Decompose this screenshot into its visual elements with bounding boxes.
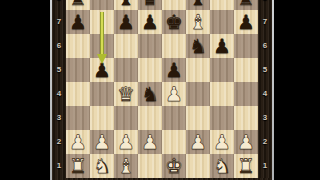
- piece-white-pawn-g2[interactable]: ♟: [210, 130, 234, 154]
- square-h6[interactable]: [234, 34, 258, 58]
- board-frame-left: 87654321: [52, 0, 66, 180]
- square-f4[interactable]: [186, 82, 210, 106]
- piece-white-pawn-d2[interactable]: ♟: [138, 130, 162, 154]
- square-d5[interactable]: [138, 58, 162, 82]
- square-h3[interactable]: [234, 106, 258, 130]
- square-h4[interactable]: [234, 82, 258, 106]
- square-a2[interactable]: ♟: [66, 130, 90, 154]
- square-b2[interactable]: ♟: [90, 130, 114, 154]
- piece-black-pawn-b5[interactable]: ♟: [90, 58, 114, 82]
- square-g8[interactable]: [210, 0, 234, 10]
- video-frame: 87654321 ♜♝♛♝♜♟♟♟♚♝♟♞♟♟♟♛♞♟♟♟♟♟♟♟♟♜♞♝♚♞♜…: [0, 0, 320, 180]
- square-a1[interactable]: ♜: [66, 154, 90, 178]
- square-g2[interactable]: ♟: [210, 130, 234, 154]
- board-outer-edge-right: [272, 0, 274, 180]
- square-a4[interactable]: [66, 82, 90, 106]
- board-squares: ♜♝♛♝♜♟♟♟♚♝♟♞♟♟♟♛♞♟♟♟♟♟♟♟♟♜♞♝♚♞♜: [66, 0, 258, 178]
- square-h8[interactable]: ♜: [234, 0, 258, 10]
- square-e6[interactable]: [162, 34, 186, 58]
- square-e7[interactable]: ♚: [162, 10, 186, 34]
- square-f8[interactable]: ♝: [186, 0, 210, 10]
- square-b6[interactable]: [90, 34, 114, 58]
- piece-black-pawn-g6[interactable]: ♟: [210, 34, 234, 58]
- piece-white-pawn-b2[interactable]: ♟: [90, 130, 114, 154]
- square-f1[interactable]: [186, 154, 210, 178]
- piece-white-pawn-f2[interactable]: ♟: [186, 130, 210, 154]
- rank-label-7: 7: [258, 17, 272, 27]
- rank-label-3: 3: [52, 113, 66, 123]
- square-c4[interactable]: ♛: [114, 82, 138, 106]
- square-c7[interactable]: ♟: [114, 10, 138, 34]
- piece-black-knight-d4[interactable]: ♞: [138, 82, 162, 106]
- board-frame-bottom: abcdefgh: [52, 178, 272, 180]
- piece-white-knight-b1[interactable]: ♞: [90, 154, 114, 178]
- square-c1[interactable]: ♝: [114, 154, 138, 178]
- file-label-e: e: [162, 179, 186, 180]
- square-c3[interactable]: [114, 106, 138, 130]
- square-d8[interactable]: ♛: [138, 0, 162, 10]
- square-e8[interactable]: [162, 0, 186, 10]
- square-f3[interactable]: [186, 106, 210, 130]
- piece-white-king-e1[interactable]: ♚: [162, 154, 186, 178]
- square-f2[interactable]: ♟: [186, 130, 210, 154]
- file-label-h: h: [234, 179, 258, 180]
- square-e5[interactable]: ♟: [162, 58, 186, 82]
- square-f6[interactable]: ♞: [186, 34, 210, 58]
- piece-white-bishop-f7[interactable]: ♝: [186, 10, 210, 34]
- square-c5[interactable]: [114, 58, 138, 82]
- piece-white-bishop-c1[interactable]: ♝: [114, 154, 138, 178]
- rank-label-5: 5: [258, 65, 272, 75]
- board-frame-right: 87654321: [258, 0, 272, 180]
- rank-label-6: 6: [52, 41, 66, 51]
- file-label-b: b: [90, 179, 114, 180]
- square-b3[interactable]: [90, 106, 114, 130]
- square-d2[interactable]: ♟: [138, 130, 162, 154]
- piece-black-queen-d8[interactable]: ♛: [138, 0, 162, 10]
- piece-black-pawn-h7[interactable]: ♟: [234, 10, 258, 34]
- piece-white-rook-h1[interactable]: ♜: [234, 154, 258, 178]
- rank-label-8: 8: [52, 0, 66, 3]
- piece-black-pawn-c7[interactable]: ♟: [114, 10, 138, 34]
- square-h7[interactable]: ♟: [234, 10, 258, 34]
- piece-white-pawn-a2[interactable]: ♟: [66, 130, 90, 154]
- square-g7[interactable]: [210, 10, 234, 34]
- piece-white-pawn-e4[interactable]: ♟: [162, 82, 186, 106]
- square-d6[interactable]: [138, 34, 162, 58]
- square-d3[interactable]: [138, 106, 162, 130]
- chess-board: 87654321 ♜♝♛♝♜♟♟♟♚♝♟♞♟♟♟♛♞♟♟♟♟♟♟♟♟♜♞♝♚♞♜…: [50, 0, 274, 180]
- square-e4[interactable]: ♟: [162, 82, 186, 106]
- square-g6[interactable]: ♟: [210, 34, 234, 58]
- square-g5[interactable]: [210, 58, 234, 82]
- square-a7[interactable]: ♟: [66, 10, 90, 34]
- piece-black-rook-h8[interactable]: ♜: [234, 0, 258, 10]
- square-g1[interactable]: ♞: [210, 154, 234, 178]
- square-a6[interactable]: [66, 34, 90, 58]
- piece-black-king-e7[interactable]: ♚: [162, 10, 186, 34]
- square-d1[interactable]: [138, 154, 162, 178]
- file-label-d: d: [138, 179, 162, 180]
- file-label-g: g: [210, 179, 234, 180]
- square-f7[interactable]: ♝: [186, 10, 210, 34]
- square-g3[interactable]: [210, 106, 234, 130]
- square-c8[interactable]: ♝: [114, 0, 138, 10]
- rank-label-2: 2: [52, 137, 66, 147]
- rank-label-4: 4: [52, 89, 66, 99]
- square-e3[interactable]: [162, 106, 186, 130]
- piece-black-pawn-a7[interactable]: ♟: [66, 10, 90, 34]
- piece-black-pawn-e5[interactable]: ♟: [162, 58, 186, 82]
- square-c2[interactable]: ♟: [114, 130, 138, 154]
- square-h5[interactable]: [234, 58, 258, 82]
- file-label-f: f: [186, 179, 210, 180]
- rank-label-1: 1: [258, 161, 272, 171]
- rank-label-3: 3: [258, 113, 272, 123]
- rank-label-6: 6: [258, 41, 272, 51]
- piece-white-rook-a1[interactable]: ♜: [66, 154, 90, 178]
- square-d4[interactable]: ♞: [138, 82, 162, 106]
- piece-white-pawn-c2[interactable]: ♟: [114, 130, 138, 154]
- square-e1[interactable]: ♚: [162, 154, 186, 178]
- square-a3[interactable]: [66, 106, 90, 130]
- square-d7[interactable]: ♟: [138, 10, 162, 34]
- square-b7[interactable]: [90, 10, 114, 34]
- square-h1[interactable]: ♜: [234, 154, 258, 178]
- square-b1[interactable]: ♞: [90, 154, 114, 178]
- file-label-a: a: [66, 179, 90, 180]
- square-b8[interactable]: [90, 0, 114, 10]
- rank-label-1: 1: [52, 161, 66, 171]
- square-c6[interactable]: [114, 34, 138, 58]
- square-e2[interactable]: [162, 130, 186, 154]
- piece-black-rook-a8[interactable]: ♜: [66, 0, 90, 10]
- piece-black-pawn-d7[interactable]: ♟: [138, 10, 162, 34]
- rank-label-4: 4: [258, 89, 272, 99]
- rank-label-7: 7: [52, 17, 66, 27]
- rank-label-5: 5: [52, 65, 66, 75]
- square-a8[interactable]: ♜: [66, 0, 90, 10]
- square-b5[interactable]: ♟: [90, 58, 114, 82]
- square-a5[interactable]: [66, 58, 90, 82]
- file-label-c: c: [114, 179, 138, 180]
- square-f5[interactable]: [186, 58, 210, 82]
- piece-black-knight-f6[interactable]: ♞: [186, 34, 210, 58]
- piece-black-bishop-c8[interactable]: ♝: [114, 0, 138, 10]
- piece-black-bishop-f8[interactable]: ♝: [186, 0, 210, 10]
- square-h2[interactable]: ♟: [234, 130, 258, 154]
- square-g4[interactable]: [210, 82, 234, 106]
- piece-white-knight-g1[interactable]: ♞: [210, 154, 234, 178]
- piece-white-pawn-h2[interactable]: ♟: [234, 130, 258, 154]
- square-b4[interactable]: [90, 82, 114, 106]
- rank-label-8: 8: [258, 0, 272, 3]
- rank-label-2: 2: [258, 137, 272, 147]
- piece-white-queen-c4[interactable]: ♛: [114, 82, 138, 106]
